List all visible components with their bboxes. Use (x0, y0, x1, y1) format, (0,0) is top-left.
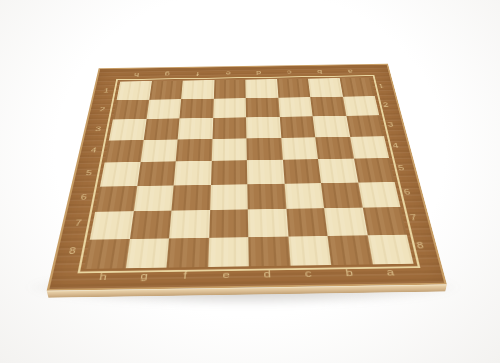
square-g5 (137, 161, 176, 185)
square-e5 (210, 160, 247, 184)
square-e6 (210, 184, 248, 210)
file-label-bottom-f: f (164, 265, 206, 286)
file-label-top-a: a (334, 66, 367, 78)
file-label-top-g: g (151, 68, 183, 80)
square-e1 (213, 80, 245, 99)
square-d1 (245, 79, 278, 98)
square-b3 (313, 116, 350, 137)
rank-label-right-8: 8 (404, 231, 437, 260)
square-e8 (208, 237, 249, 267)
square-a7 (362, 207, 406, 235)
rank-label-left-5: 5 (74, 161, 102, 185)
square-g3 (143, 118, 179, 139)
square-b5 (318, 159, 358, 183)
file-label-top-d: d (243, 67, 274, 79)
file-label-bottom-d: d (246, 264, 288, 285)
file-label-bottom-e: e (205, 265, 247, 286)
rank-label-left-4: 4 (80, 139, 107, 161)
rank-labels-right: 12345678 (369, 77, 437, 260)
square-h6 (95, 186, 137, 212)
square-f1 (181, 80, 214, 99)
rank-label-left-7: 7 (63, 210, 94, 237)
square-e3 (212, 117, 246, 138)
rank-label-left-2: 2 (90, 100, 115, 120)
square-g8 (125, 238, 169, 268)
square-d4 (246, 138, 282, 161)
square-c7 (286, 208, 328, 236)
square-h3 (109, 119, 146, 140)
rank-labels-left: 12345678 (56, 82, 118, 266)
square-a3 (346, 115, 384, 136)
square-h8 (84, 239, 129, 269)
square-a5 (354, 158, 395, 182)
square-a6 (358, 182, 401, 208)
square-g6 (133, 185, 173, 211)
rank-label-right-6: 6 (392, 180, 422, 205)
square-f6 (171, 185, 210, 211)
file-label-bottom-a: a (368, 262, 413, 283)
square-b2 (310, 96, 346, 116)
square-d5 (247, 160, 284, 184)
square-h2 (113, 99, 149, 119)
playing-field (84, 78, 413, 269)
square-e2 (213, 98, 246, 118)
rank-label-right-7: 7 (398, 204, 430, 231)
square-f4 (176, 139, 212, 162)
square-e7 (209, 209, 249, 237)
square-h4 (105, 140, 144, 163)
square-c2 (278, 97, 313, 117)
board-top-face: hgfedcba hgfedcba 12345678 12345678 (47, 64, 447, 291)
rank-label-left-1: 1 (94, 82, 118, 100)
board-tilt-wrapper: hgfedcba hgfedcba 12345678 12345678 (0, 0, 500, 363)
square-f2 (179, 98, 213, 118)
square-c1 (277, 79, 311, 98)
file-label-top-f: f (182, 68, 213, 80)
square-f7 (169, 210, 210, 238)
file-label-bottom-b: b (327, 263, 371, 284)
square-h1 (117, 81, 152, 100)
file-labels-bottom: hgfedcba (81, 262, 413, 287)
square-g4 (140, 139, 177, 162)
square-a4 (350, 136, 389, 159)
square-a2 (342, 96, 379, 116)
rank-label-left-6: 6 (69, 185, 99, 210)
square-b8 (328, 235, 373, 265)
square-b1 (308, 78, 343, 97)
rank-label-right-5: 5 (387, 156, 416, 180)
square-b4 (315, 136, 353, 159)
file-label-top-e: e (213, 67, 244, 79)
square-h5 (100, 162, 140, 186)
board-scene: hgfedcba hgfedcba 12345678 12345678 (0, 0, 500, 363)
square-c3 (279, 116, 315, 137)
square-d7 (248, 209, 288, 237)
file-label-bottom-g: g (122, 266, 165, 287)
square-e4 (211, 138, 247, 161)
square-h7 (90, 211, 133, 239)
square-b6 (321, 182, 362, 208)
file-label-bottom-c: c (287, 263, 330, 284)
square-f8 (166, 237, 208, 267)
square-g7 (129, 211, 171, 239)
square-d8 (248, 236, 290, 266)
square-d2 (246, 97, 280, 117)
square-c6 (284, 183, 324, 209)
square-a8 (367, 234, 413, 264)
square-d6 (247, 183, 286, 209)
file-label-top-h: h (120, 69, 152, 81)
square-a1 (339, 78, 375, 97)
photo-frame: hgfedcba hgfedcba 12345678 12345678 (0, 0, 500, 363)
rank-label-left-8: 8 (56, 237, 88, 266)
chessboard: hgfedcba hgfedcba 12345678 12345678 (47, 64, 447, 291)
square-b7 (324, 208, 367, 236)
square-d3 (246, 117, 281, 138)
square-g2 (146, 99, 181, 119)
square-c8 (288, 236, 331, 266)
square-c4 (281, 137, 318, 160)
square-f3 (178, 118, 213, 139)
square-c5 (282, 159, 321, 183)
square-f5 (174, 161, 212, 185)
rank-label-left-3: 3 (85, 119, 111, 140)
file-label-bottom-h: h (81, 267, 125, 288)
file-label-top-b: b (304, 66, 336, 78)
square-g1 (149, 81, 183, 100)
file-label-top-c: c (274, 66, 306, 78)
